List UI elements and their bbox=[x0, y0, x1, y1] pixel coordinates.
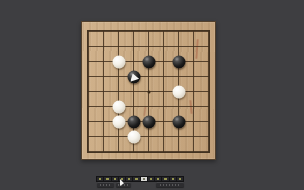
toolbar-mini-button[interactable] bbox=[155, 177, 161, 181]
toolbar-mini-button[interactable] bbox=[126, 177, 132, 181]
toolbar-mini-button[interactable] bbox=[177, 177, 183, 181]
black-stone[interactable] bbox=[142, 115, 155, 128]
cursor-triangle-marker bbox=[130, 73, 139, 82]
toolbar-mini-button[interactable] bbox=[141, 177, 147, 181]
black-stone[interactable] bbox=[127, 70, 140, 83]
white-stone[interactable] bbox=[127, 130, 140, 143]
white-stone[interactable] bbox=[112, 100, 125, 113]
toolbar-mini-button[interactable] bbox=[119, 177, 125, 181]
toolbar-mini-button[interactable] bbox=[162, 177, 168, 181]
star-point bbox=[147, 90, 150, 93]
black-stone[interactable] bbox=[142, 55, 155, 68]
toolbar-mini-button[interactable] bbox=[104, 177, 110, 181]
black-stone[interactable] bbox=[172, 115, 185, 128]
toolbar-button-left-2[interactable] bbox=[116, 182, 131, 187]
toolbar-mini-button[interactable] bbox=[148, 177, 154, 181]
toolbar-mini-button[interactable] bbox=[97, 177, 103, 181]
toolbar-mini-button[interactable] bbox=[170, 177, 176, 181]
board-grid[interactable] bbox=[88, 31, 209, 152]
black-stone[interactable] bbox=[172, 55, 185, 68]
black-stone[interactable] bbox=[127, 115, 140, 128]
toolbar-button-right[interactable] bbox=[156, 182, 184, 187]
toolbar-mini-button[interactable] bbox=[112, 177, 118, 181]
white-stone[interactable] bbox=[172, 85, 185, 98]
white-stone[interactable] bbox=[112, 115, 125, 128]
white-stone[interactable] bbox=[112, 55, 125, 68]
toolbar-button-left-1[interactable] bbox=[97, 182, 114, 187]
go-board[interactable] bbox=[81, 21, 216, 160]
toolbar-mini-button[interactable] bbox=[133, 177, 139, 181]
